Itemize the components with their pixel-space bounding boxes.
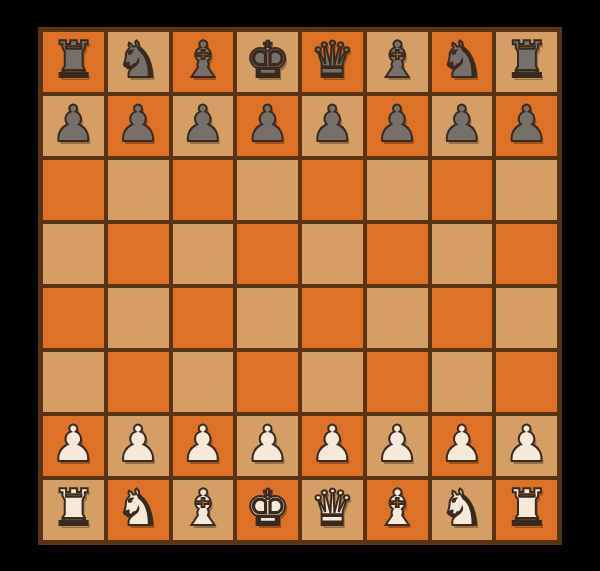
square[interactable] — [302, 224, 363, 284]
square[interactable] — [496, 224, 557, 284]
square[interactable]: ♞ — [432, 480, 493, 540]
white-bishop-piece[interactable]: ♝ — [180, 483, 225, 533]
square[interactable] — [302, 288, 363, 348]
square[interactable]: ♚ — [237, 32, 298, 92]
black-pawn-piece[interactable]: ♟ — [51, 99, 96, 149]
square[interactable] — [43, 352, 104, 412]
square[interactable] — [302, 160, 363, 220]
square[interactable] — [173, 160, 234, 220]
black-pawn-piece[interactable]: ♟ — [116, 99, 161, 149]
black-bishop-piece[interactable]: ♝ — [375, 35, 420, 85]
white-rook-piece[interactable]: ♜ — [51, 483, 96, 533]
square[interactable]: ♟ — [43, 96, 104, 156]
black-pawn-piece[interactable]: ♟ — [310, 99, 355, 149]
white-rook-piece[interactable]: ♜ — [504, 483, 549, 533]
square[interactable] — [43, 160, 104, 220]
square[interactable] — [496, 288, 557, 348]
square[interactable]: ♜ — [496, 480, 557, 540]
square[interactable] — [108, 352, 169, 412]
square[interactable]: ♞ — [432, 32, 493, 92]
white-queen-piece[interactable]: ♛ — [310, 483, 355, 533]
square[interactable]: ♝ — [367, 480, 428, 540]
white-pawn-piece[interactable]: ♟ — [51, 419, 96, 469]
square[interactable] — [302, 352, 363, 412]
black-knight-piece[interactable]: ♞ — [116, 35, 161, 85]
square[interactable]: ♟ — [173, 96, 234, 156]
square[interactable]: ♜ — [496, 32, 557, 92]
square[interactable]: ♟ — [496, 96, 557, 156]
black-pawn-piece[interactable]: ♟ — [245, 99, 290, 149]
square[interactable]: ♟ — [367, 96, 428, 156]
square[interactable]: ♟ — [43, 416, 104, 476]
square[interactable] — [173, 224, 234, 284]
square[interactable]: ♝ — [367, 32, 428, 92]
white-pawn-piece[interactable]: ♟ — [245, 419, 290, 469]
square[interactable] — [173, 352, 234, 412]
square[interactable] — [432, 224, 493, 284]
square[interactable]: ♟ — [367, 416, 428, 476]
square[interactable] — [432, 352, 493, 412]
black-pawn-piece[interactable]: ♟ — [439, 99, 484, 149]
square[interactable] — [237, 160, 298, 220]
square[interactable]: ♜ — [43, 32, 104, 92]
square[interactable] — [496, 352, 557, 412]
white-pawn-piece[interactable]: ♟ — [375, 419, 420, 469]
white-bishop-piece[interactable]: ♝ — [375, 483, 420, 533]
square[interactable]: ♟ — [108, 416, 169, 476]
black-queen-piece[interactable]: ♛ — [310, 35, 355, 85]
square[interactable]: ♝ — [173, 480, 234, 540]
square[interactable] — [108, 288, 169, 348]
square[interactable]: ♜ — [43, 480, 104, 540]
black-king-piece[interactable]: ♚ — [245, 35, 290, 85]
square[interactable] — [43, 224, 104, 284]
square[interactable] — [496, 160, 557, 220]
square[interactable]: ♟ — [237, 96, 298, 156]
square[interactable]: ♛ — [302, 32, 363, 92]
square[interactable]: ♟ — [432, 96, 493, 156]
square[interactable] — [367, 352, 428, 412]
square[interactable]: ♟ — [173, 416, 234, 476]
square[interactable] — [367, 160, 428, 220]
square[interactable] — [237, 352, 298, 412]
white-knight-piece[interactable]: ♞ — [439, 483, 484, 533]
square[interactable]: ♟ — [237, 416, 298, 476]
square[interactable] — [173, 288, 234, 348]
white-pawn-piece[interactable]: ♟ — [439, 419, 484, 469]
white-pawn-piece[interactable]: ♟ — [116, 419, 161, 469]
square[interactable]: ♟ — [432, 416, 493, 476]
chess-board: ♜♞♝♚♛♝♞♜♟♟♟♟♟♟♟♟♟♟♟♟♟♟♟♟♜♞♝♚♛♝♞♜ — [38, 27, 562, 545]
square[interactable] — [237, 288, 298, 348]
square[interactable]: ♟ — [496, 416, 557, 476]
white-pawn-piece[interactable]: ♟ — [504, 419, 549, 469]
square[interactable]: ♟ — [302, 416, 363, 476]
square[interactable]: ♝ — [173, 32, 234, 92]
square[interactable]: ♚ — [237, 480, 298, 540]
black-rook-piece[interactable]: ♜ — [51, 35, 96, 85]
square[interactable] — [432, 288, 493, 348]
square[interactable] — [108, 224, 169, 284]
square[interactable] — [432, 160, 493, 220]
white-pawn-piece[interactable]: ♟ — [310, 419, 355, 469]
square[interactable] — [237, 224, 298, 284]
screenshot-stage: ♜♞♝♚♛♝♞♜♟♟♟♟♟♟♟♟♟♟♟♟♟♟♟♟♜♞♝♚♛♝♞♜ — [0, 0, 600, 571]
black-knight-piece[interactable]: ♞ — [439, 35, 484, 85]
black-pawn-piece[interactable]: ♟ — [375, 99, 420, 149]
black-pawn-piece[interactable]: ♟ — [180, 99, 225, 149]
square[interactable]: ♟ — [302, 96, 363, 156]
square[interactable]: ♞ — [108, 480, 169, 540]
white-knight-piece[interactable]: ♞ — [116, 483, 161, 533]
square[interactable] — [367, 224, 428, 284]
black-pawn-piece[interactable]: ♟ — [504, 99, 549, 149]
black-rook-piece[interactable]: ♜ — [504, 35, 549, 85]
black-bishop-piece[interactable]: ♝ — [180, 35, 225, 85]
square[interactable] — [367, 288, 428, 348]
square[interactable] — [43, 288, 104, 348]
white-pawn-piece[interactable]: ♟ — [180, 419, 225, 469]
square[interactable]: ♞ — [108, 32, 169, 92]
white-king-piece[interactable]: ♚ — [245, 483, 290, 533]
square[interactable] — [108, 160, 169, 220]
square[interactable]: ♛ — [302, 480, 363, 540]
square[interactable]: ♟ — [108, 96, 169, 156]
